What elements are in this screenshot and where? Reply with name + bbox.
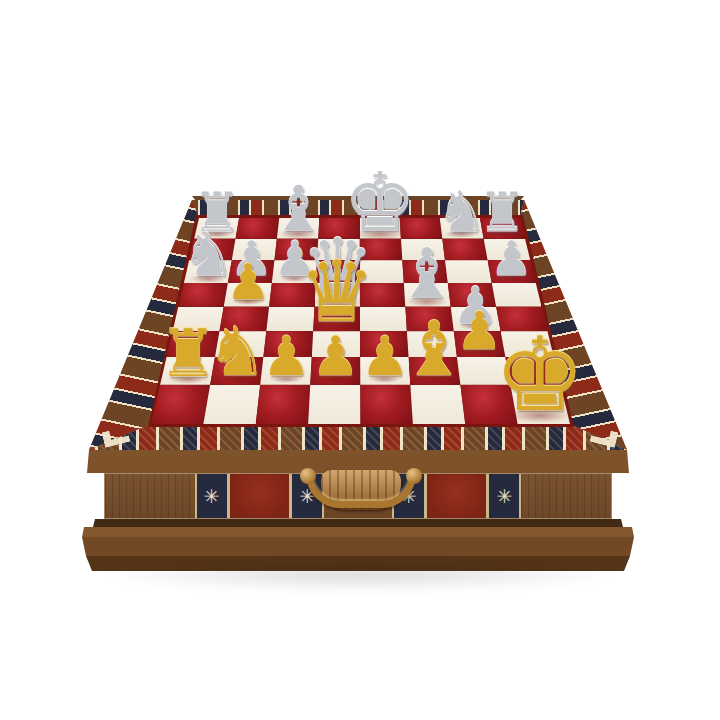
- piece-gold-pawn-b5: ♟: [226, 258, 270, 307]
- square-d1: [308, 385, 360, 424]
- drawer-panel-wood: [521, 474, 611, 518]
- drawer-panel-red: [426, 474, 488, 518]
- piece-silver-bishop-f5: ♝: [396, 240, 457, 308]
- chess-set-photo: ♜♝♚♞♜♞♟♟♟♛♝♟♟♛♟♜♞♟♟♟♝♚ ✳✳✳✳: [0, 0, 720, 720]
- drawer-panel-star: ✳: [195, 474, 229, 518]
- drawer-panel-wood: [105, 474, 195, 518]
- piece-gold-pawn-c2: ♟: [262, 330, 311, 384]
- handle-knob-right: [406, 468, 422, 484]
- piece-gold-queen-d4: ♛: [299, 250, 375, 335]
- handle-bail: [306, 474, 416, 508]
- drawer-handle: [296, 466, 426, 520]
- handle-knob-left: [300, 468, 316, 484]
- piece-gold-pawn-d2: ♟: [311, 330, 360, 384]
- floor-shadow: [95, 558, 625, 592]
- drawer-panel-star: ✳: [487, 474, 521, 518]
- piece-gold-knight-b2: ♞: [207, 318, 268, 386]
- piece-gold-bishop-f2: ♝: [400, 312, 468, 387]
- piece-gold-king-h1: ♚: [494, 324, 585, 426]
- square-a1: [151, 385, 210, 424]
- drawer-panel-red: [229, 474, 291, 518]
